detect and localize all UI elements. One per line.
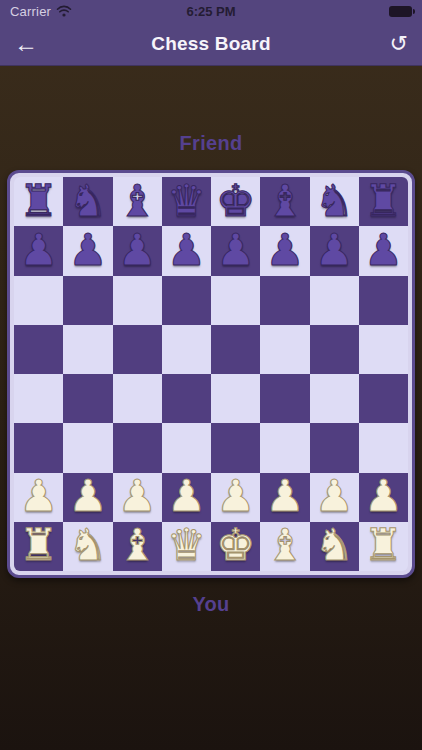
square-a1[interactable]: ♜: [14, 522, 63, 571]
black-pawn-piece[interactable]: ♟: [265, 228, 304, 272]
white-rook-piece[interactable]: ♜: [19, 523, 58, 567]
square-a5[interactable]: [14, 325, 63, 374]
back-button[interactable]: ←: [14, 32, 48, 56]
white-queen-piece[interactable]: ♛: [167, 523, 206, 567]
white-rook-piece[interactable]: ♜: [364, 523, 403, 567]
square-f5[interactable]: [260, 325, 309, 374]
black-pawn-piece[interactable]: ♟: [68, 228, 107, 272]
white-pawn-piece[interactable]: ♟: [68, 474, 107, 518]
white-bishop-piece[interactable]: ♝: [117, 523, 156, 567]
square-c2[interactable]: ♟: [113, 473, 162, 522]
square-a7[interactable]: ♟: [14, 226, 63, 275]
black-king-piece[interactable]: ♚: [216, 179, 255, 223]
square-g1[interactable]: ♞: [310, 522, 359, 571]
white-knight-piece[interactable]: ♞: [314, 523, 353, 567]
white-pawn-piece[interactable]: ♟: [167, 474, 206, 518]
square-b5[interactable]: [63, 325, 112, 374]
square-f6[interactable]: [260, 276, 309, 325]
page-title: Chess Board: [48, 33, 374, 55]
square-a6[interactable]: [14, 276, 63, 325]
black-pawn-piece[interactable]: ♟: [364, 228, 403, 272]
nav-bar: ← Chess Board ↺: [0, 22, 422, 66]
square-b7[interactable]: ♟: [63, 226, 112, 275]
square-c1[interactable]: ♝: [113, 522, 162, 571]
black-pawn-piece[interactable]: ♟: [167, 228, 206, 272]
white-bishop-piece[interactable]: ♝: [265, 523, 304, 567]
white-pawn-piece[interactable]: ♟: [19, 474, 58, 518]
square-g4[interactable]: [310, 374, 359, 423]
square-h5[interactable]: [359, 325, 408, 374]
clock: 6:25 PM: [0, 4, 422, 19]
square-e2[interactable]: ♟: [211, 473, 260, 522]
black-bishop-piece[interactable]: ♝: [117, 179, 156, 223]
black-rook-piece[interactable]: ♜: [19, 179, 58, 223]
square-e5[interactable]: [211, 325, 260, 374]
square-f2[interactable]: ♟: [260, 473, 309, 522]
square-a8[interactable]: ♜: [14, 177, 63, 226]
square-e8[interactable]: ♚: [211, 177, 260, 226]
square-h3[interactable]: [359, 423, 408, 472]
square-e4[interactable]: [211, 374, 260, 423]
reset-button[interactable]: ↺: [374, 33, 408, 55]
chess-board: ♜♞♝♛♚♝♞♜♟♟♟♟♟♟♟♟♟♟♟♟♟♟♟♟♜♞♝♛♚♝♞♜: [14, 177, 408, 571]
black-knight-piece[interactable]: ♞: [314, 179, 353, 223]
square-h7[interactable]: ♟: [359, 226, 408, 275]
square-c6[interactable]: [113, 276, 162, 325]
white-pawn-piece[interactable]: ♟: [216, 474, 255, 518]
square-d6[interactable]: [162, 276, 211, 325]
square-b1[interactable]: ♞: [63, 522, 112, 571]
black-knight-piece[interactable]: ♞: [68, 179, 107, 223]
square-f4[interactable]: [260, 374, 309, 423]
square-b2[interactable]: ♟: [63, 473, 112, 522]
square-b3[interactable]: [63, 423, 112, 472]
status-bar: Carrier 6:25 PM: [0, 0, 422, 22]
black-pawn-piece[interactable]: ♟: [216, 228, 255, 272]
square-h4[interactable]: [359, 374, 408, 423]
black-pawn-piece[interactable]: ♟: [314, 228, 353, 272]
square-e7[interactable]: ♟: [211, 226, 260, 275]
square-g5[interactable]: [310, 325, 359, 374]
square-a3[interactable]: [14, 423, 63, 472]
square-f3[interactable]: [260, 423, 309, 472]
square-g2[interactable]: ♟: [310, 473, 359, 522]
square-g6[interactable]: [310, 276, 359, 325]
black-queen-piece[interactable]: ♛: [167, 179, 206, 223]
square-a2[interactable]: ♟: [14, 473, 63, 522]
square-c3[interactable]: [113, 423, 162, 472]
square-f7[interactable]: ♟: [260, 226, 309, 275]
square-d4[interactable]: [162, 374, 211, 423]
square-d8[interactable]: ♛: [162, 177, 211, 226]
square-h1[interactable]: ♜: [359, 522, 408, 571]
square-g8[interactable]: ♞: [310, 177, 359, 226]
square-e1[interactable]: ♚: [211, 522, 260, 571]
square-b4[interactable]: [63, 374, 112, 423]
square-d5[interactable]: [162, 325, 211, 374]
black-pawn-piece[interactable]: ♟: [117, 228, 156, 272]
white-king-piece[interactable]: ♚: [216, 523, 255, 567]
square-d2[interactable]: ♟: [162, 473, 211, 522]
white-pawn-piece[interactable]: ♟: [117, 474, 156, 518]
chess-board-frame: ♜♞♝♛♚♝♞♜♟♟♟♟♟♟♟♟♟♟♟♟♟♟♟♟♜♞♝♛♚♝♞♜: [7, 170, 415, 578]
battery-icon: [389, 6, 412, 17]
player-name: You: [0, 593, 422, 616]
square-h2[interactable]: ♟: [359, 473, 408, 522]
square-c7[interactable]: ♟: [113, 226, 162, 275]
square-a4[interactable]: [14, 374, 63, 423]
square-e6[interactable]: [211, 276, 260, 325]
square-d1[interactable]: ♛: [162, 522, 211, 571]
white-pawn-piece[interactable]: ♟: [314, 474, 353, 518]
black-bishop-piece[interactable]: ♝: [265, 179, 304, 223]
square-d7[interactable]: ♟: [162, 226, 211, 275]
square-h8[interactable]: ♜: [359, 177, 408, 226]
square-c4[interactable]: [113, 374, 162, 423]
white-knight-piece[interactable]: ♞: [68, 523, 107, 567]
black-pawn-piece[interactable]: ♟: [19, 228, 58, 272]
square-g3[interactable]: [310, 423, 359, 472]
black-rook-piece[interactable]: ♜: [364, 179, 403, 223]
opponent-name: Friend: [0, 132, 422, 155]
white-pawn-piece[interactable]: ♟: [364, 474, 403, 518]
square-f1[interactable]: ♝: [260, 522, 309, 571]
square-b8[interactable]: ♞: [63, 177, 112, 226]
white-pawn-piece[interactable]: ♟: [265, 474, 304, 518]
square-h6[interactable]: [359, 276, 408, 325]
app-screen: Carrier 6:25 PM ← Chess Board ↺ Friend ♜…: [0, 0, 422, 750]
square-d3[interactable]: [162, 423, 211, 472]
square-c5[interactable]: [113, 325, 162, 374]
square-e3[interactable]: [211, 423, 260, 472]
square-b6[interactable]: [63, 276, 112, 325]
square-c8[interactable]: ♝: [113, 177, 162, 226]
square-f8[interactable]: ♝: [260, 177, 309, 226]
square-g7[interactable]: ♟: [310, 226, 359, 275]
